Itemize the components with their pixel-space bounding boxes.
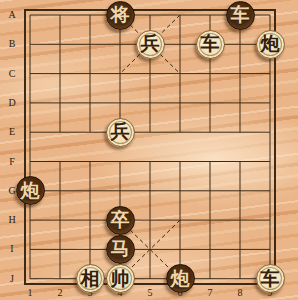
piece-red-chariot-J9[interactable]: 车 [256,264,285,293]
piece-black-horse-I4[interactable]: 马 [106,235,135,264]
piece-black-soldier-H4[interactable]: 卒 [106,206,135,235]
col-label-1: 1 [25,287,35,299]
col-label-8: 8 [235,287,245,299]
piece-red-soldier-E4[interactable]: 兵 [106,118,135,147]
piece-red-elephant-J3[interactable]: 相 [76,264,105,293]
xiangqi-board: ABCDEFGHIJ 123456789 将车兵车炮兵炮卒马相帅炮车 [0,0,298,300]
col-label-2: 2 [55,287,65,299]
row-label-I: I [4,243,20,255]
row-label-B: B [4,38,20,50]
row-label-H: H [4,214,20,226]
col-label-7: 7 [205,287,215,299]
row-label-J: J [4,273,20,285]
piece-red-soldier-B5[interactable]: 兵 [136,30,165,59]
piece-black-cannon-J6[interactable]: 炮 [166,264,195,293]
row-label-C: C [4,68,20,80]
piece-red-chariot-B7[interactable]: 车 [196,30,225,59]
piece-black-general-A4[interactable]: 将 [106,1,135,30]
piece-black-cannon-G1[interactable]: 炮 [16,176,45,205]
row-label-A: A [4,9,20,21]
piece-red-cannon-B9[interactable]: 炮 [256,30,285,59]
col-label-5: 5 [145,287,155,299]
piece-black-chariot-A8[interactable]: 车 [226,1,255,30]
row-label-F: F [4,156,20,168]
piece-red-general-J4[interactable]: 帅 [106,264,135,293]
row-label-E: E [4,126,20,138]
row-label-D: D [4,97,20,109]
